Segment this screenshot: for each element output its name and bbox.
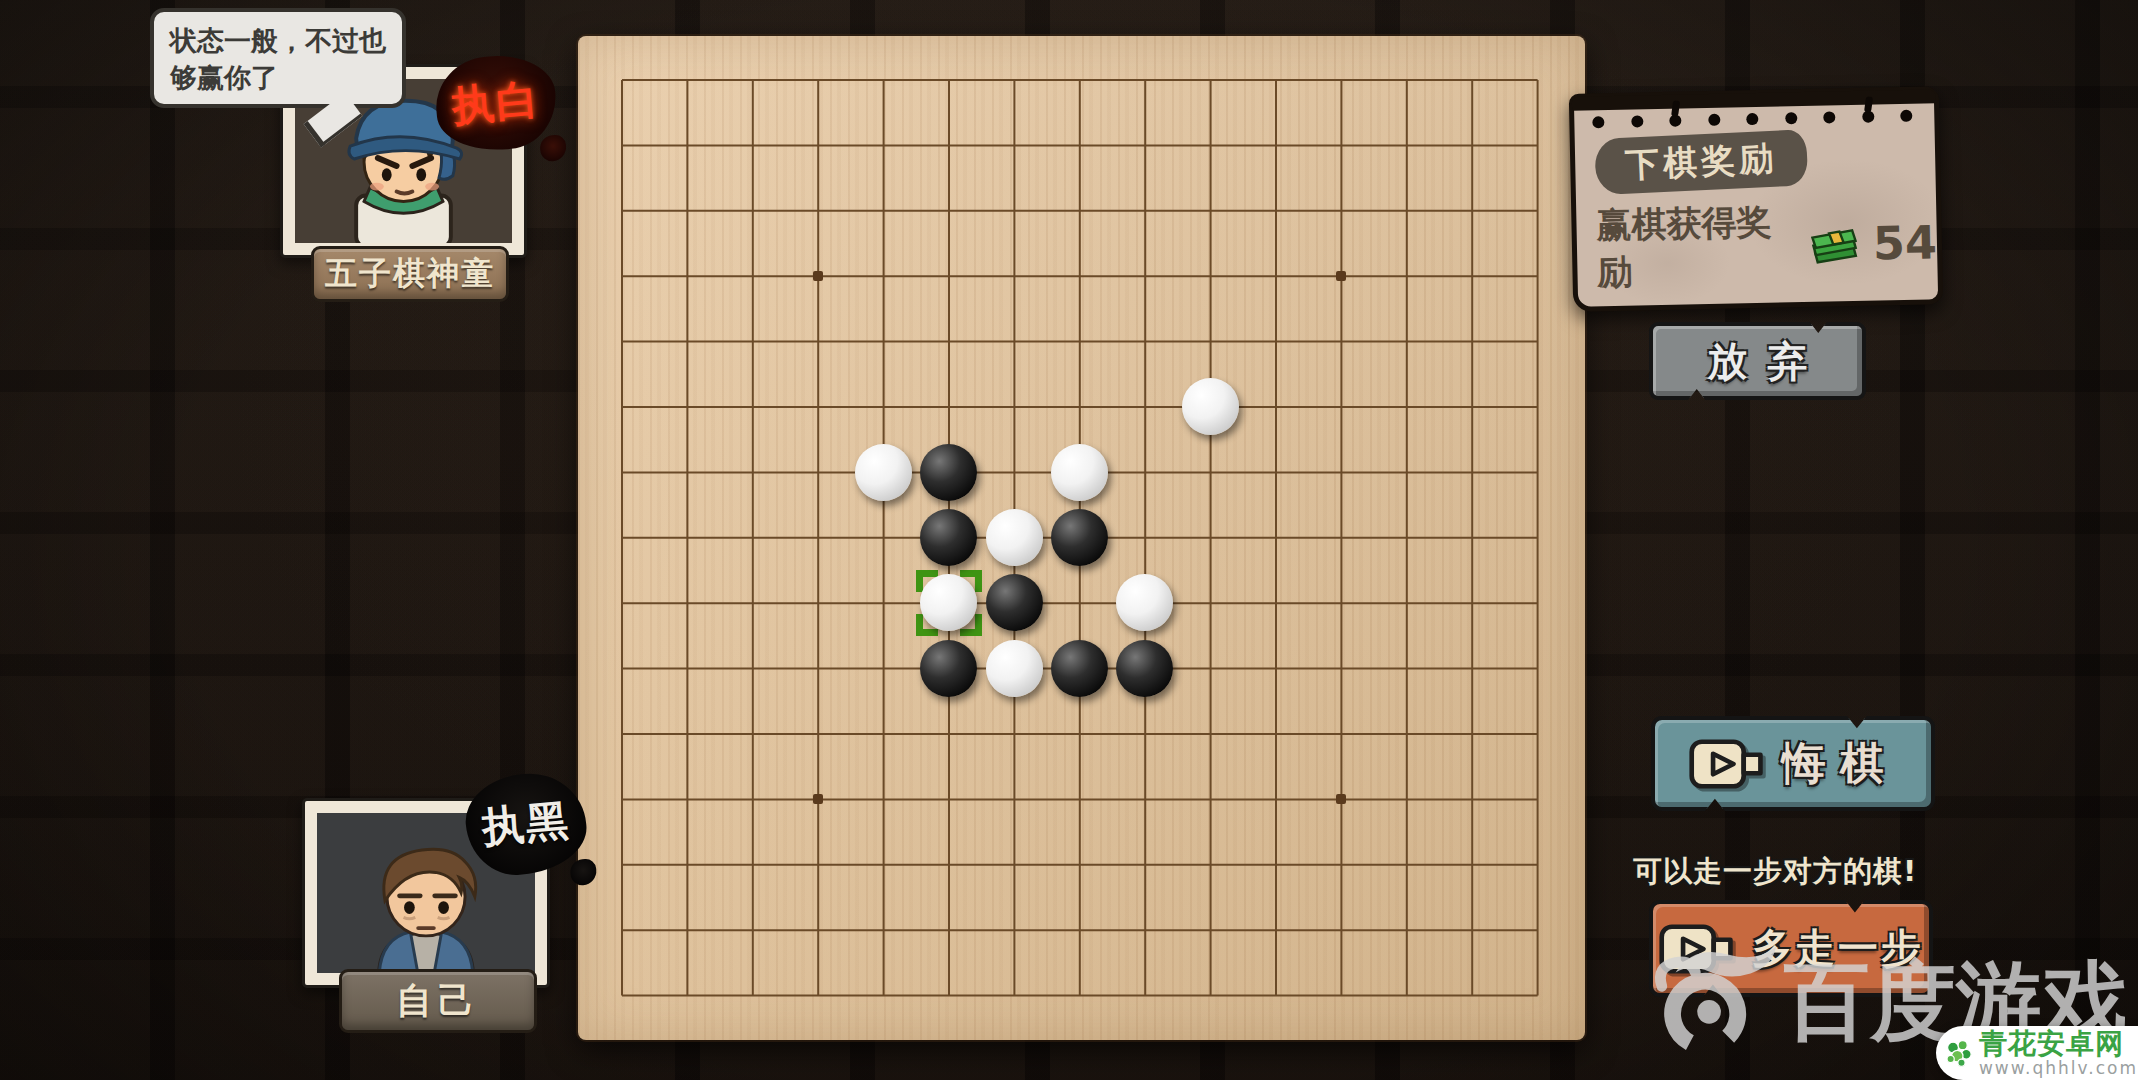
board-cell[interactable] [654,112,719,177]
board-cell[interactable] [916,766,981,831]
board-cell[interactable] [981,570,1046,635]
board-cell[interactable] [1047,636,1112,701]
board-cell[interactable] [1308,243,1373,308]
board-cell[interactable] [1243,636,1308,701]
badge-white-label: 执白 [450,71,543,134]
board-cell[interactable] [1112,962,1177,1027]
board-cell[interactable] [785,962,850,1027]
board-cell[interactable] [1047,439,1112,504]
punch-hole [1823,111,1835,123]
board-cell[interactable] [1047,570,1112,635]
board-cell[interactable] [916,570,981,635]
board-cell[interactable] [1178,832,1243,897]
board-cell[interactable] [589,374,654,439]
board-cell[interactable] [1178,505,1243,570]
board-cell[interactable] [1243,897,1308,962]
board-cell[interactable] [1112,439,1177,504]
board-cells [589,47,1570,1028]
board-cell[interactable] [1178,374,1243,439]
board-cell[interactable] [1374,439,1439,504]
board-cell[interactable] [1047,701,1112,766]
board-cell[interactable] [720,570,785,635]
punch-hole [1592,116,1604,128]
reward-title-banner: 下棋奖励 [1594,129,1808,195]
board-cell[interactable] [1047,243,1112,308]
board-cell[interactable] [981,962,1046,1027]
board-cell[interactable] [1504,766,1569,831]
board-cell[interactable] [1112,570,1177,635]
board-cell[interactable] [916,112,981,177]
board-cell[interactable] [1243,832,1308,897]
board-cell[interactable] [1439,832,1504,897]
board-cell[interactable] [1439,178,1504,243]
board-cell[interactable] [1178,47,1243,112]
board-cell[interactable] [981,309,1046,374]
site-url: www.qhhlv.com [1979,1060,2138,1077]
board-cell[interactable] [851,309,916,374]
board-cell[interactable] [1308,309,1373,374]
board-cell[interactable] [785,243,850,308]
board-cell[interactable] [720,178,785,243]
board-cell[interactable] [720,897,785,962]
board-cell[interactable] [916,505,981,570]
board-cell[interactable] [1374,636,1439,701]
board-cell[interactable] [1504,832,1569,897]
board-cell[interactable] [1504,636,1569,701]
board-cell[interactable] [1047,897,1112,962]
site-name: 青花安卓网 [1979,1030,2138,1058]
board-cell[interactable] [851,47,916,112]
qinghua-android-logo-icon [1944,1030,1973,1076]
reward-amount: 54 [1872,215,1937,270]
board-cell[interactable] [1243,701,1308,766]
board-cell[interactable] [916,832,981,897]
board-cell[interactable] [1374,47,1439,112]
board-cell[interactable] [589,570,654,635]
board-cell[interactable] [589,243,654,308]
board-cell[interactable] [1504,505,1569,570]
board-cell[interactable] [1243,47,1308,112]
board-cell[interactable] [1439,962,1504,1027]
board-cell[interactable] [720,112,785,177]
board-cell[interactable] [1439,112,1504,177]
board-cell[interactable] [1374,112,1439,177]
board-cell[interactable] [589,439,654,504]
board-cell[interactable] [851,962,916,1027]
board-cell[interactable] [654,374,719,439]
reward-line: 赢棋获得奖励 54 [1596,195,1938,296]
opponent-name: 五子棋神童 [325,252,495,296]
board-cell[interactable] [654,832,719,897]
punch-hole [1708,114,1720,126]
board-cell[interactable] [916,636,981,701]
board-cell[interactable] [1374,897,1439,962]
board-cell[interactable] [785,178,850,243]
board-cell[interactable] [720,439,785,504]
board-cell[interactable] [1112,243,1177,308]
board-cell[interactable] [720,505,785,570]
board-cell[interactable] [1308,701,1373,766]
board-cell[interactable] [981,832,1046,897]
stone-black [1051,509,1108,566]
punch-hole [1746,113,1758,125]
star-point [813,794,823,804]
board-cell[interactable] [1504,439,1569,504]
board-cell[interactable] [1308,897,1373,962]
board-cell[interactable] [851,570,916,635]
board-cell[interactable] [720,636,785,701]
board-cell[interactable] [1178,309,1243,374]
board-cell[interactable] [785,897,850,962]
reward-title: 下棋奖励 [1624,136,1778,189]
star-point [1336,794,1346,804]
gomoku-game-screen: 状态一般，不过也 够赢你了 执白 五子棋神童 [0,0,2138,1080]
board-cell[interactable] [981,178,1046,243]
board-cell[interactable] [1439,243,1504,308]
board-cell[interactable] [1112,374,1177,439]
stone-white [986,509,1043,566]
board-cell[interactable] [1374,243,1439,308]
board-cell[interactable] [1439,439,1504,504]
board-cell[interactable] [1047,374,1112,439]
board-cell[interactable] [785,766,850,831]
undo-label: 悔棋 [1782,734,1898,793]
board-cell[interactable] [981,897,1046,962]
board-cell[interactable] [916,178,981,243]
board-cell[interactable] [785,374,850,439]
stone-black [920,640,977,697]
punch-hole [1785,112,1797,124]
board-cell[interactable] [981,636,1046,701]
board-cell[interactable] [785,570,850,635]
board-cell[interactable] [1504,47,1569,112]
board-cell[interactable] [654,243,719,308]
board-cell[interactable] [1374,309,1439,374]
board-cell[interactable] [1178,701,1243,766]
board-cell[interactable] [851,374,916,439]
board-cell[interactable] [1112,701,1177,766]
board-cell[interactable] [1504,962,1569,1027]
board-cell[interactable] [916,374,981,439]
board-cell[interactable] [1047,962,1112,1027]
board-cell[interactable] [589,505,654,570]
board-cell[interactable] [1439,47,1504,112]
board-cell[interactable] [981,374,1046,439]
board-cell[interactable] [1439,505,1504,570]
board-cell[interactable] [1047,47,1112,112]
board-cell[interactable] [785,505,850,570]
board-cell[interactable] [1112,47,1177,112]
self-nameplate: 自己 [339,969,537,1033]
board-cell[interactable] [1112,178,1177,243]
board-cell[interactable] [720,309,785,374]
extra-move-hint: 可以走一步对方的棋! [1633,852,1949,892]
note-torn-top-edge [1572,89,1936,111]
board-cell[interactable] [654,309,719,374]
board-cell[interactable] [785,701,850,766]
board-cell[interactable] [1178,112,1243,177]
stone-white [855,444,912,501]
board-cell[interactable] [851,766,916,831]
reward-desc: 赢棋获得奖励 [1596,198,1800,296]
board-cell[interactable] [654,570,719,635]
board-cell[interactable] [1047,112,1112,177]
board-cell[interactable] [1504,112,1569,177]
board-cell[interactable] [916,701,981,766]
punch-hole [1900,110,1912,122]
board-cell[interactable] [1178,570,1243,635]
stone-black [920,509,977,566]
board-cell[interactable] [654,178,719,243]
board-cell[interactable] [981,766,1046,831]
video-ad-icon [1688,734,1766,794]
board-cell[interactable] [1374,766,1439,831]
board-cell[interactable] [916,439,981,504]
board-cell[interactable] [589,962,654,1027]
board-cell[interactable] [589,178,654,243]
board-cell[interactable] [589,309,654,374]
speech-line-2: 够赢你了 [170,59,386,96]
board-cell[interactable] [785,636,850,701]
board-cell[interactable] [1374,832,1439,897]
board-cell[interactable] [851,897,916,962]
stone-white [986,640,1043,697]
board-cell[interactable] [916,309,981,374]
board-cell[interactable] [916,962,981,1027]
board-cell[interactable] [1112,636,1177,701]
board-cell[interactable] [589,112,654,177]
reward-note: 下棋奖励 赢棋获得奖励 54 [1569,86,1943,312]
give-up-button[interactable]: 放弃 [1649,322,1866,400]
board-cell[interactable] [1439,374,1504,439]
board-cell[interactable] [1112,309,1177,374]
board-cell[interactable] [981,112,1046,177]
board-cell[interactable] [589,832,654,897]
board-cell[interactable] [1504,243,1569,308]
board-cell[interactable] [1439,636,1504,701]
board-cell[interactable] [720,766,785,831]
board-cell[interactable] [1112,897,1177,962]
board-cell[interactable] [1308,636,1373,701]
board-cell[interactable] [785,832,850,897]
board-cell[interactable] [589,636,654,701]
extra-move-label: 多走一步 [1752,921,1924,976]
board-cell[interactable] [1504,178,1569,243]
opponent-nameplate: 五子棋神童 [311,246,509,302]
star-point [813,271,823,281]
board-cell[interactable] [1112,832,1177,897]
board-cell[interactable] [654,766,719,831]
board-cell[interactable] [1112,112,1177,177]
board-cell[interactable] [851,112,916,177]
board-cell[interactable] [851,832,916,897]
stone-white [1116,574,1173,631]
board-cell[interactable] [1308,766,1373,831]
board-cell[interactable] [1308,47,1373,112]
board-cell[interactable] [916,897,981,962]
board-cell[interactable] [1308,374,1373,439]
star-point [1336,271,1346,281]
board-cell[interactable] [654,505,719,570]
board-cell[interactable] [1243,962,1308,1027]
board-cell[interactable] [654,962,719,1027]
board-cell[interactable] [1243,374,1308,439]
board-cell[interactable] [720,243,785,308]
board-cell[interactable] [1047,766,1112,831]
board-cell[interactable] [720,374,785,439]
board-cell[interactable] [851,636,916,701]
board-cell[interactable] [654,636,719,701]
give-up-label: 放弃 [1708,338,1828,384]
board-cell[interactable] [1439,570,1504,635]
stone-white [1182,378,1239,435]
stone-black [920,444,977,501]
punch-hole [1631,115,1643,127]
board-cell[interactable] [1178,439,1243,504]
board-cell[interactable] [851,178,916,243]
video-ad-icon [1658,919,1736,979]
board-cell[interactable] [981,439,1046,504]
self-name: 自己 [396,977,480,1026]
board-cell[interactable] [1243,439,1308,504]
board-cell[interactable] [785,439,850,504]
board-cell[interactable] [1504,374,1569,439]
board-cell[interactable] [1308,832,1373,897]
board-cell[interactable] [916,47,981,112]
board-cell[interactable] [1243,766,1308,831]
board-cell[interactable] [1308,112,1373,177]
board-cell[interactable] [1374,505,1439,570]
gomoku-board[interactable] [578,36,1585,1040]
board-cell[interactable] [1439,309,1504,374]
board-cell[interactable] [1178,897,1243,962]
board-cell[interactable] [654,701,719,766]
site-watermark-pill: 青花安卓网 www.qhhlv.com [1936,1026,2138,1080]
board-cell[interactable] [654,47,719,112]
board-cell[interactable] [654,439,719,504]
board-cell[interactable] [1178,243,1243,308]
board-cell[interactable] [1243,178,1308,243]
board-cell[interactable] [1243,112,1308,177]
punch-hole [1862,111,1874,123]
punch-hole [1669,115,1681,127]
board-cell[interactable] [1308,439,1373,504]
opponent-speech-bubble: 状态一般，不过也 够赢你了 [150,8,406,108]
board-cell[interactable] [1308,962,1373,1027]
board-cell[interactable] [785,309,850,374]
board-cell[interactable] [1243,570,1308,635]
stone-white [1051,444,1108,501]
board-cell[interactable] [654,897,719,962]
board-cell[interactable] [589,47,654,112]
board-cell[interactable] [1374,374,1439,439]
board-cell[interactable] [1178,178,1243,243]
board-cell[interactable] [851,439,916,504]
stone-black [986,574,1043,631]
board-cell[interactable] [916,243,981,308]
speech-line-1: 状态一般，不过也 [170,22,386,59]
board-cell[interactable] [1504,570,1569,635]
board-cell[interactable] [720,832,785,897]
board-cell[interactable] [981,701,1046,766]
board-cell[interactable] [1047,309,1112,374]
board-cell[interactable] [1243,243,1308,308]
board-cell[interactable] [1439,897,1504,962]
board-cell[interactable] [981,243,1046,308]
board-cell[interactable] [1308,178,1373,243]
board-cell[interactable] [589,897,654,962]
board-cell[interactable] [1178,636,1243,701]
board-cell[interactable] [1308,570,1373,635]
board-cell[interactable] [851,505,916,570]
board-cell[interactable] [1047,832,1112,897]
board-cell[interactable] [720,962,785,1027]
board-cell[interactable] [1047,505,1112,570]
board-cell[interactable] [1504,701,1569,766]
stone-black [1051,640,1108,697]
board-cell[interactable] [981,505,1046,570]
board-cell[interactable] [720,701,785,766]
board-cell[interactable] [1504,309,1569,374]
board-cell[interactable] [851,701,916,766]
board-cell[interactable] [1112,505,1177,570]
board-cell[interactable] [1439,766,1504,831]
board-cell[interactable] [589,766,654,831]
board-cell[interactable] [1112,766,1177,831]
stone-black [1116,640,1173,697]
board-cell[interactable] [589,701,654,766]
board-cell[interactable] [1243,505,1308,570]
board-cell[interactable] [1374,701,1439,766]
board-cell[interactable] [785,112,850,177]
board-cell[interactable] [1374,962,1439,1027]
board-cell[interactable] [1308,505,1373,570]
note-punch-holes [1592,110,1912,129]
board-cell[interactable] [1243,309,1308,374]
board-cell[interactable] [851,243,916,308]
board-cell[interactable] [1178,962,1243,1027]
board-cell[interactable] [1439,701,1504,766]
undo-move-button[interactable]: 悔棋 [1651,716,1935,811]
money-stack-icon [1807,221,1864,268]
board-cell[interactable] [1047,178,1112,243]
board-cell[interactable] [785,47,850,112]
board-cell[interactable] [1374,178,1439,243]
board-cell[interactable] [1178,766,1243,831]
board-cell[interactable] [720,47,785,112]
board-cell[interactable] [1374,570,1439,635]
badge-black-label: 执黑 [480,792,573,855]
board-cell[interactable] [1504,897,1569,962]
board-cell[interactable] [981,47,1046,112]
extra-move-button[interactable]: 多走一步 [1649,900,1933,997]
